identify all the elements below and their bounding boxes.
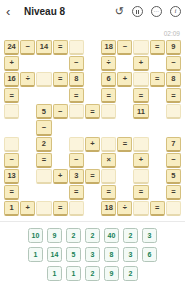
board-cell-operator: = (69, 88, 84, 103)
board-cell-number: 18 (101, 40, 116, 55)
tray-tile[interactable]: 3 (123, 247, 138, 262)
board-gap (85, 153, 100, 168)
board-cell-number: 2 (36, 137, 51, 152)
tray-tile[interactable]: 3 (142, 228, 157, 243)
board-gap (36, 185, 51, 200)
divider-line (0, 221, 185, 222)
board-cell-empty[interactable] (69, 137, 84, 152)
board-gap (53, 120, 68, 135)
board-cell-operator: = (117, 137, 132, 152)
tile-tray: 1092240231145383611292 (0, 228, 185, 281)
board-cell-operator: = (133, 185, 148, 200)
board-cell-number: 24 (4, 40, 19, 55)
board-cell-operator: − (166, 153, 181, 168)
info-icon[interactable]: i (170, 6, 181, 17)
board-cell-operator: = (150, 40, 165, 55)
tray-tile[interactable]: 6 (142, 247, 157, 262)
tray-tile[interactable]: 9 (104, 266, 119, 281)
tray-tile[interactable]: 2 (85, 266, 100, 281)
board-cell-number: 13 (4, 169, 19, 184)
board-gap (117, 153, 132, 168)
board-cell-empty[interactable] (101, 137, 116, 152)
board-gap (117, 169, 132, 184)
tray-tile[interactable]: 3 (85, 247, 100, 262)
board-gap (20, 137, 35, 152)
board-gap (150, 104, 165, 119)
board-gap (53, 88, 68, 103)
board-cell-operator: = (101, 185, 116, 200)
board-gap (101, 120, 116, 135)
board-cell-empty[interactable] (69, 201, 84, 216)
board-gap (85, 120, 100, 135)
board-gap (150, 185, 165, 200)
board-cell-number: 14 (36, 40, 51, 55)
puzzle-board: 24−14=18−=9+−÷+−16÷=86+=8=====5−=11−2+=7… (4, 40, 181, 216)
board-cell-operator: = (85, 169, 100, 184)
undo-icon[interactable]: ↺ (115, 6, 124, 17)
tray-tile[interactable]: 2 (85, 228, 100, 243)
pause-icon[interactable] (132, 6, 143, 17)
board-cell-operator: − (4, 153, 19, 168)
board-gap (117, 88, 132, 103)
board-cell-empty[interactable] (36, 72, 51, 87)
board-cell-number: 6 (101, 72, 116, 87)
board-cell-empty[interactable] (69, 40, 84, 55)
board-gap (117, 185, 132, 200)
board-cell-empty[interactable] (36, 201, 51, 216)
board-cell-number: 9 (166, 40, 181, 55)
tray-tile[interactable]: 1 (47, 266, 62, 281)
board-gap (20, 120, 35, 135)
board-cell-operator: = (150, 201, 165, 216)
tray-tile[interactable]: 2 (66, 228, 81, 243)
board-cell-operator: = (53, 40, 68, 55)
board-cell-number: 5 (166, 169, 181, 184)
board-cell-empty[interactable] (69, 104, 84, 119)
board-cell-operator: ÷ (20, 72, 35, 87)
board-gap (150, 120, 165, 135)
board-gap (69, 120, 84, 135)
board-cell-operator: = (53, 201, 68, 216)
board-gap (36, 56, 51, 71)
board-cell-operator: = (85, 104, 100, 119)
board-gap (20, 88, 35, 103)
tray-tile[interactable]: 1 (66, 266, 81, 281)
board-cell-operator: + (53, 169, 68, 184)
board-gap (166, 120, 181, 135)
board-cell-operator: = (133, 88, 148, 103)
board-cell-operator: = (166, 185, 181, 200)
board-gap (85, 201, 100, 216)
board-gap (20, 104, 35, 119)
board-cell-number: 11 (133, 104, 148, 119)
tray-tile[interactable]: 40 (104, 228, 119, 243)
board-cell-empty[interactable] (4, 104, 19, 119)
board-cell-operator: + (133, 153, 148, 168)
board-gap (53, 153, 68, 168)
board-cell-operator: + (20, 201, 35, 216)
board-cell-operator: − (69, 56, 84, 71)
board-cell-operator: = (101, 88, 116, 103)
board-cell-operator: + (133, 56, 148, 71)
board-gap (117, 120, 132, 135)
board-cell-operator: = (4, 88, 19, 103)
board-cell-operator: = (166, 88, 181, 103)
board-cell-number: 16 (4, 72, 19, 87)
header-icons: ↺ … i (115, 6, 181, 17)
board-gap (85, 40, 100, 55)
board-cell-empty[interactable] (133, 137, 148, 152)
timer-label: 02:09 (164, 30, 180, 37)
board-cell-operator: = (69, 185, 84, 200)
tray-row: 11292 (45, 266, 140, 281)
board-gap (36, 88, 51, 103)
tray-tile[interactable]: 1 (28, 247, 43, 262)
board-cell-operator: × (101, 153, 116, 168)
board-cell-empty[interactable] (133, 169, 148, 184)
board-gap (150, 169, 165, 184)
board-cell-operator: − (53, 104, 68, 119)
board-gap (20, 153, 35, 168)
board-cell-number: 1 (4, 201, 19, 216)
board-gap (20, 56, 35, 71)
board-gap (85, 185, 100, 200)
board-gap (4, 120, 19, 135)
board-gap (85, 88, 100, 103)
board-cell-number: 18 (101, 201, 116, 216)
board-cell-operator: = (150, 72, 165, 87)
tray-row: 109224023 (26, 228, 159, 243)
board-cell-number: 7 (166, 137, 181, 152)
dots-icon[interactable]: … (151, 6, 162, 17)
board-cell-operator: = (4, 185, 19, 200)
board-gap (117, 104, 132, 119)
board-cell-number: 8 (69, 72, 84, 87)
board-cell-empty[interactable] (133, 72, 148, 87)
board-cell-operator: − (69, 153, 84, 168)
board-cell-empty[interactable] (36, 169, 51, 184)
board-cell-number: 5 (36, 104, 51, 119)
board-cell-operator: ÷ (101, 56, 116, 71)
board-cell-empty[interactable] (133, 40, 148, 55)
tray-tile[interactable]: 2 (123, 266, 138, 281)
tray-row: 11453836 (26, 247, 159, 262)
tray-tile[interactable]: 14 (47, 247, 62, 262)
app-window: ‹ Niveau 8 ↺ … i 02:09 24−14=18−=9+−÷+−1… (0, 0, 185, 296)
header-bar: ‹ Niveau 8 ↺ … i (0, 0, 185, 26)
back-button[interactable]: ‹ (6, 4, 10, 20)
board-cell-empty[interactable] (166, 104, 181, 119)
board-cell-number: 8 (166, 72, 181, 87)
board-cell-operator: − (166, 56, 181, 71)
board-gap (53, 185, 68, 200)
board-cell-operator: − (20, 40, 35, 55)
board-cell-operator: + (4, 56, 19, 71)
board-cell-operator: + (117, 72, 132, 87)
board-cell-empty[interactable] (166, 201, 181, 216)
board-cell-operator: = (53, 72, 68, 87)
board-gap (150, 153, 165, 168)
board-gap (53, 137, 68, 152)
tray-tile[interactable]: 5 (66, 247, 81, 262)
board-gap (150, 137, 165, 152)
tray-tile[interactable]: 10 (28, 228, 43, 243)
page-title: Niveau 8 (24, 6, 65, 17)
board-cell-operator: − (36, 120, 51, 135)
board-gap (20, 169, 35, 184)
board-gap (150, 88, 165, 103)
tray-tile[interactable]: 2 (123, 228, 138, 243)
board-gap (117, 56, 132, 71)
board-cell-empty[interactable] (101, 169, 116, 184)
tray-tile[interactable]: 8 (104, 247, 119, 262)
tray-tile[interactable]: 9 (47, 228, 62, 243)
board-gap (85, 56, 100, 71)
board-cell-empty[interactable] (4, 137, 19, 152)
board-gap (20, 185, 35, 200)
board-gap (85, 72, 100, 87)
board-gap (150, 56, 165, 71)
board-cell-operator: = (36, 153, 51, 168)
board-cell-operator: − (117, 40, 132, 55)
board-gap (53, 56, 68, 71)
board-gap (133, 120, 148, 135)
board-cell-operator: + (85, 137, 100, 152)
board-cell-empty[interactable] (133, 201, 148, 216)
board-cell-operator: ÷ (117, 201, 132, 216)
board-cell-number: 3 (69, 169, 84, 184)
board-cell-empty[interactable] (101, 104, 116, 119)
